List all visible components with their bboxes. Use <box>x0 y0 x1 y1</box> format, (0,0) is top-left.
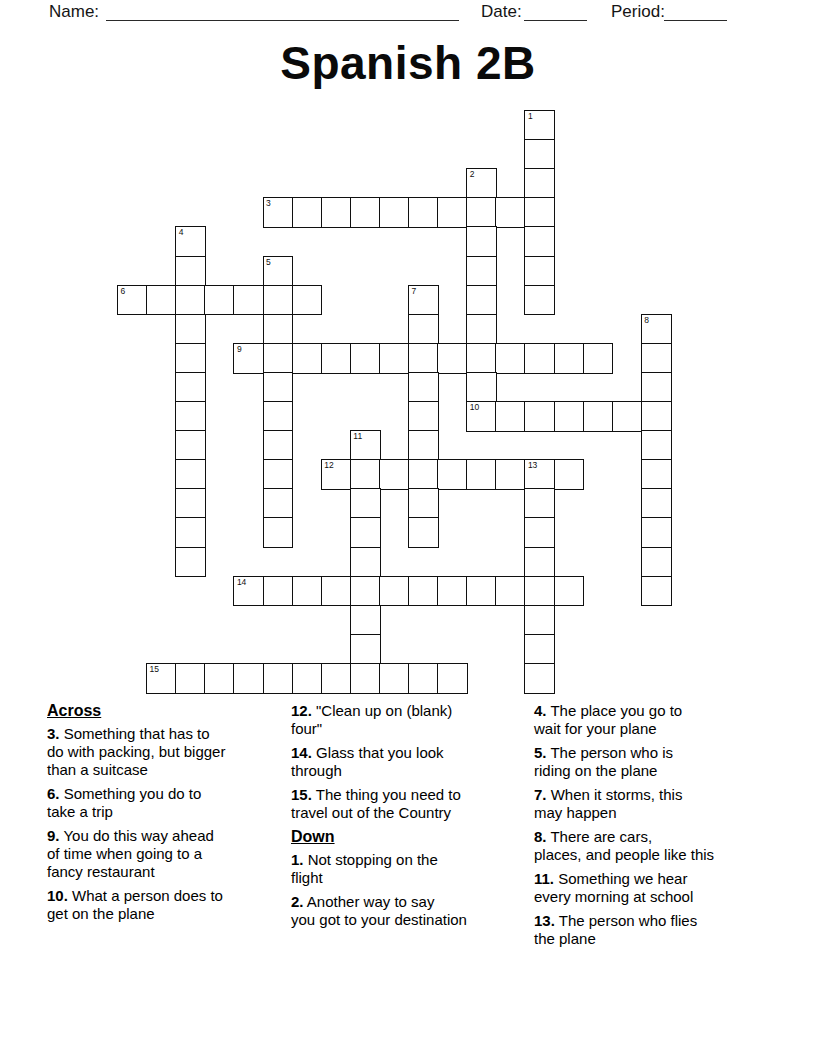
grid-cell-r8c10[interactable] <box>408 343 439 374</box>
grid-cell-r16c8[interactable] <box>350 576 381 607</box>
grid-cell-r19c3[interactable] <box>204 663 235 694</box>
grid-cell-r16c12[interactable] <box>466 576 497 607</box>
grid-cell-r8c8[interactable] <box>350 343 381 374</box>
grid-cell-r9c2[interactable] <box>175 372 206 403</box>
clue-down-11: 11. Something we hear every morning at s… <box>534 870 786 906</box>
grid-cell-r12c18[interactable] <box>641 459 672 490</box>
grid-cell-r16c11[interactable] <box>437 576 468 607</box>
grid-cell-r3c13[interactable] <box>495 197 526 228</box>
clue-number: 2. <box>291 893 304 910</box>
clue-number: 13. <box>534 912 555 929</box>
grid-cell-r12c9[interactable] <box>379 459 410 490</box>
grid-cell-r5c2[interactable] <box>175 256 206 287</box>
cell-number-8: 8 <box>644 316 649 325</box>
grid-cell-r19c9[interactable] <box>379 663 410 694</box>
grid-cell-r14c10[interactable] <box>408 517 439 548</box>
grid-cell-r6c1[interactable] <box>146 285 177 316</box>
across-heading: Across <box>47 702 293 720</box>
clue-down-5: 5. The person who is riding on the plane <box>534 744 786 780</box>
clue-text: The person who flies the plane <box>534 912 697 947</box>
clue-number: 1. <box>291 851 304 868</box>
grid-cell-r13c10[interactable] <box>408 488 439 519</box>
grid-cell-r14c2[interactable] <box>175 517 206 548</box>
clue-number: 8. <box>534 828 547 845</box>
clue-text: Something you do to take a trip <box>47 785 201 820</box>
grid-cell-r9c18[interactable] <box>641 372 672 403</box>
clue-text: "Clean up on (blank) four" <box>291 702 452 737</box>
period-label: Period: <box>611 2 665 22</box>
grid-cell-r13c14[interactable] <box>524 488 555 519</box>
cell-number-12: 12 <box>324 461 333 470</box>
grid-cell-r16c5[interactable] <box>263 576 294 607</box>
grid-cell-r16c14[interactable] <box>524 576 555 607</box>
grid-cell-r16c7[interactable] <box>321 576 352 607</box>
cell-number-5: 5 <box>266 258 271 267</box>
clue-across-10: 10. What a person does to get on the pla… <box>47 887 293 923</box>
grid-cell-r10c18[interactable] <box>641 401 672 432</box>
grid-cell-r9c10[interactable] <box>408 372 439 403</box>
grid-cell-r12c2[interactable] <box>175 459 206 490</box>
grid-cell-r4c14[interactable] <box>524 226 555 257</box>
grid-cell-r14c5[interactable] <box>263 517 294 548</box>
grid-cell-r8c16[interactable] <box>583 343 614 374</box>
clue-across-15: 15. The thing you need to travel out of … <box>291 786 537 822</box>
clue-text: Something we hear every morning at schoo… <box>534 870 693 905</box>
clue-text: What a person does to get on the plane <box>47 887 223 922</box>
cell-number-1: 1 <box>528 112 533 121</box>
grid-cell-r8c13[interactable] <box>495 343 526 374</box>
grid-cell-r11c5[interactable] <box>263 430 294 461</box>
grid-cell-r3c9[interactable] <box>379 197 410 228</box>
clue-down-1: 1. Not stopping on the flight <box>291 851 537 887</box>
grid-cell-r3c8[interactable] <box>350 197 381 228</box>
grid-cell-r6c3[interactable] <box>204 285 235 316</box>
grid-cell-r11c2[interactable] <box>175 430 206 461</box>
grid-cell-r10c16[interactable] <box>583 401 614 432</box>
clue-across-12: 12. "Clean up on (blank) four" <box>291 702 537 738</box>
clue-number: 14. <box>291 744 312 761</box>
grid-cell-r5c14[interactable] <box>524 256 555 287</box>
clue-text: The person who is riding on the plane <box>534 744 673 779</box>
grid-cell-r19c2[interactable] <box>175 663 206 694</box>
grid-cell-r8c2[interactable] <box>175 343 206 374</box>
grid-cell-r3c14[interactable] <box>524 197 555 228</box>
grid-cell-r12c13[interactable] <box>495 459 526 490</box>
cell-number-13: 13 <box>528 461 537 470</box>
grid-cell-r12c8[interactable] <box>350 459 381 490</box>
grid-cell-r13c18[interactable] <box>641 488 672 519</box>
down-heading: Down <box>291 828 537 846</box>
cell-number-14: 14 <box>237 578 246 587</box>
grid-cell-r14c14[interactable] <box>524 517 555 548</box>
clue-column-2: 12. "Clean up on (blank) four"14. Glass … <box>291 702 537 935</box>
clue-text: Not stopping on the flight <box>291 851 438 886</box>
clue-text: The thing you need to travel out of the … <box>291 786 461 821</box>
clue-down-4: 4. The place you go to wait for your pla… <box>534 702 786 738</box>
grid-cell-r12c10[interactable] <box>408 459 439 490</box>
grid-cell-r10c14[interactable] <box>524 401 555 432</box>
grid-cell-r19c14[interactable] <box>524 663 555 694</box>
grid-cell-r9c12[interactable] <box>466 372 497 403</box>
name-blank-line <box>106 20 459 21</box>
clue-across-9: 9. You do this way ahead of time when go… <box>47 827 293 881</box>
grid-cell-r3c7[interactable] <box>321 197 352 228</box>
clue-column-1: Across3. Something that has to do with p… <box>47 702 293 929</box>
grid-cell-r19c11[interactable] <box>437 663 468 694</box>
grid-cell-r16c18[interactable] <box>641 576 672 607</box>
grid-cell-r8c7[interactable] <box>321 343 352 374</box>
cell-number-10: 10 <box>470 403 479 412</box>
date-label: Date: <box>481 2 522 22</box>
clue-text: You do this way ahead of time when going… <box>47 827 214 880</box>
clue-number: 3. <box>47 725 60 742</box>
grid-cell-r8c12[interactable] <box>466 343 497 374</box>
grid-cell-r14c8[interactable] <box>350 517 381 548</box>
grid-cell-r13c8[interactable] <box>350 488 381 519</box>
clue-number: 4. <box>534 702 547 719</box>
cell-number-3: 3 <box>266 199 271 208</box>
grid-cell-r8c18[interactable] <box>641 343 672 374</box>
clue-text: When it storms, this may happen <box>534 786 682 821</box>
grid-cell-r2c14[interactable] <box>524 168 555 199</box>
clue-number: 11. <box>534 870 554 887</box>
clue-text: Glass that you look through <box>291 744 444 779</box>
grid-cell-r19c4[interactable] <box>233 663 264 694</box>
clue-number: 5. <box>534 744 547 761</box>
grid-cell-r15c8[interactable] <box>350 547 381 578</box>
grid-cell-r18c14[interactable] <box>524 634 555 665</box>
grid-cell-r7c12[interactable] <box>466 314 497 345</box>
grid-cell-r19c7[interactable] <box>321 663 352 694</box>
clue-down-8: 8. There are cars, places, and people li… <box>534 828 786 864</box>
grid-cell-r7c2[interactable] <box>175 314 206 345</box>
grid-cell-r12c5[interactable] <box>263 459 294 490</box>
grid-cell-r10c13[interactable] <box>495 401 526 432</box>
date-blank-line <box>524 20 587 21</box>
clue-number: 15. <box>291 786 312 803</box>
grid-cell-r18c8[interactable] <box>350 634 381 665</box>
grid-cell-r17c14[interactable] <box>524 605 555 636</box>
grid-cell-r19c6[interactable] <box>292 663 323 694</box>
grid-cell-r19c10[interactable] <box>408 663 439 694</box>
grid-cell-r6c2[interactable] <box>175 285 206 316</box>
grid-cell-r8c11[interactable] <box>437 343 468 374</box>
grid-cell-r6c14[interactable] <box>524 285 555 316</box>
clue-across-3: 3. Something that has to do with packing… <box>47 725 293 779</box>
cell-number-2: 2 <box>470 170 475 179</box>
cell-number-6: 6 <box>121 287 126 296</box>
grid-cell-r7c10[interactable] <box>408 314 439 345</box>
grid-cell-r13c2[interactable] <box>175 488 206 519</box>
clue-down-7: 7. When it storms, this may happen <box>534 786 786 822</box>
grid-cell-r6c4[interactable] <box>233 285 264 316</box>
clue-text: The place you go to wait for your plane <box>534 702 682 737</box>
grid-cell-r8c6[interactable] <box>292 343 323 374</box>
grid-cell-r13c5[interactable] <box>263 488 294 519</box>
clue-number: 9. <box>47 827 60 844</box>
grid-cell-r16c10[interactable] <box>408 576 439 607</box>
grid-cell-r10c2[interactable] <box>175 401 206 432</box>
grid-cell-r15c18[interactable] <box>641 547 672 578</box>
grid-cell-r9c5[interactable] <box>263 372 294 403</box>
clue-across-6: 6. Something you do to take a trip <box>47 785 293 821</box>
clue-across-14: 14. Glass that you look through <box>291 744 537 780</box>
page-title: Spanish 2B <box>0 36 816 90</box>
grid-cell-r8c15[interactable] <box>554 343 585 374</box>
grid-cell-r19c5[interactable] <box>263 663 294 694</box>
grid-cell-r15c2[interactable] <box>175 547 206 578</box>
grid-cell-r12c12[interactable] <box>466 459 497 490</box>
clue-number: 10. <box>47 887 68 904</box>
grid-cell-r16c13[interactable] <box>495 576 526 607</box>
grid-cell-r10c5[interactable] <box>263 401 294 432</box>
clue-number: 7. <box>534 786 547 803</box>
grid-cell-r1c14[interactable] <box>524 139 555 170</box>
grid-cell-r3c12[interactable] <box>466 197 497 228</box>
grid-cell-r6c6[interactable] <box>292 285 323 316</box>
grid-cell-r10c17[interactable] <box>612 401 643 432</box>
grid-cell-r12c15[interactable] <box>554 459 585 490</box>
grid-cell-r16c6[interactable] <box>292 576 323 607</box>
grid-cell-r3c6[interactable] <box>292 197 323 228</box>
grid-cell-r16c9[interactable] <box>379 576 410 607</box>
grid-cell-r11c18[interactable] <box>641 430 672 461</box>
clue-number: 6. <box>47 785 60 802</box>
grid-cell-r19c8[interactable] <box>350 663 381 694</box>
grid-cell-r8c14[interactable] <box>524 343 555 374</box>
clue-down-13: 13. The person who flies the plane <box>534 912 786 948</box>
grid-cell-r8c5[interactable] <box>263 343 294 374</box>
cell-number-4: 4 <box>179 228 184 237</box>
grid-cell-r17c8[interactable] <box>350 605 381 636</box>
cell-number-15: 15 <box>150 665 159 674</box>
grid-cell-r10c10[interactable] <box>408 401 439 432</box>
grid-cell-r4c12[interactable] <box>466 226 497 257</box>
grid-cell-r6c5[interactable] <box>263 285 294 316</box>
clue-down-2: 2. Another way to say you got to your de… <box>291 893 537 929</box>
crossword-grid: 123456789101112131415 <box>117 110 679 703</box>
name-label: Name: <box>49 2 99 22</box>
clue-text: There are cars, places, and people like … <box>534 828 714 863</box>
grid-cell-r10c15[interactable] <box>554 401 585 432</box>
grid-cell-r6c12[interactable] <box>466 285 497 316</box>
clue-text: Another way to say you got to your desti… <box>291 893 467 928</box>
clue-column-3: 4. The place you go to wait for your pla… <box>534 702 786 954</box>
grid-cell-r16c15[interactable] <box>554 576 585 607</box>
grid-cell-r8c9[interactable] <box>379 343 410 374</box>
grid-cell-r3c11[interactable] <box>437 197 468 228</box>
grid-cell-r12c11[interactable] <box>437 459 468 490</box>
clue-text: Something that has to do with packing, b… <box>47 725 225 778</box>
grid-cell-r3c10[interactable] <box>408 197 439 228</box>
cell-number-11: 11 <box>353 432 362 441</box>
grid-cell-r11c10[interactable] <box>408 430 439 461</box>
cell-number-9: 9 <box>237 345 242 354</box>
grid-cell-r14c18[interactable] <box>641 517 672 548</box>
grid-cell-r7c5[interactable] <box>263 314 294 345</box>
period-blank-line <box>664 20 727 21</box>
clue-number: 12. <box>291 702 312 719</box>
grid-cell-r5c12[interactable] <box>466 256 497 287</box>
grid-cell-r15c14[interactable] <box>524 547 555 578</box>
cell-number-7: 7 <box>412 287 417 296</box>
